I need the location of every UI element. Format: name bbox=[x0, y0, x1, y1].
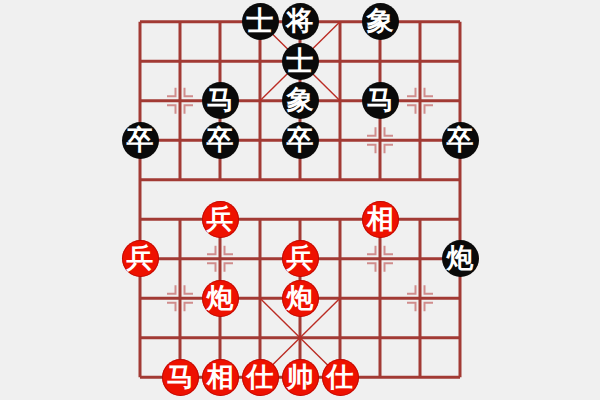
piece-black-soldier-3[interactable]: 卒 bbox=[282, 122, 319, 159]
piece-red-advisor-1[interactable]: 仕 bbox=[242, 359, 279, 396]
piece-red-soldier-3[interactable]: 兵 bbox=[282, 240, 319, 277]
piece-black-horse-1[interactable]: 马 bbox=[202, 82, 239, 119]
piece-black-general[interactable]: 将 bbox=[282, 3, 319, 40]
piece-black-soldier-4[interactable]: 卒 bbox=[442, 122, 479, 159]
piece-red-soldier-1[interactable]: 兵 bbox=[202, 201, 239, 238]
piece-red-elephant-2[interactable]: 相 bbox=[202, 359, 239, 396]
piece-black-elephant-2[interactable]: 象 bbox=[282, 82, 319, 119]
piece-red-advisor-2[interactable]: 仕 bbox=[322, 359, 359, 396]
piece-black-cannon[interactable]: 炮 bbox=[442, 240, 479, 277]
piece-red-cannon-1[interactable]: 炮 bbox=[202, 280, 239, 317]
piece-black-advisor-1[interactable]: 士 bbox=[242, 3, 279, 40]
xiangqi-board[interactable]: 士将象士马象马卒卒卒卒兵相兵兵炮炮炮马相仕帅仕 bbox=[120, 2, 480, 397]
piece-black-soldier-2[interactable]: 卒 bbox=[202, 122, 239, 159]
piece-black-soldier-1[interactable]: 卒 bbox=[122, 122, 159, 159]
piece-black-advisor-2[interactable]: 士 bbox=[282, 43, 319, 80]
xiangqi-app: 士将象士马象马卒卒卒卒兵相兵兵炮炮炮马相仕帅仕 bbox=[0, 0, 600, 400]
piece-red-cannon-2[interactable]: 炮 bbox=[282, 280, 319, 317]
piece-black-elephant-1[interactable]: 象 bbox=[362, 3, 399, 40]
piece-red-horse[interactable]: 马 bbox=[162, 359, 199, 396]
piece-red-general[interactable]: 帅 bbox=[282, 359, 319, 396]
piece-red-soldier-2[interactable]: 兵 bbox=[122, 240, 159, 277]
piece-black-horse-2[interactable]: 马 bbox=[362, 82, 399, 119]
piece-red-elephant-1[interactable]: 相 bbox=[362, 201, 399, 238]
